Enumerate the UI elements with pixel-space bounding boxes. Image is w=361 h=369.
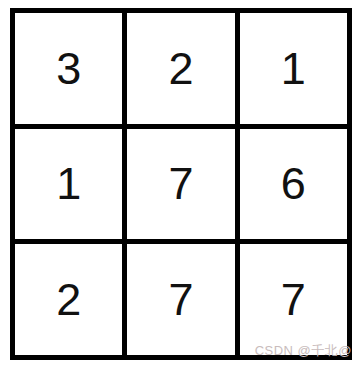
csdn-watermark: CSDN @千北@ xyxy=(255,342,352,360)
grid-cell-r0c0: 3 xyxy=(15,13,122,124)
grid-cell-r1c2: 6 xyxy=(240,129,347,240)
number-grid-board: 3 2 1 1 7 6 2 7 7 xyxy=(10,8,352,360)
grid-cell-r1c0: 1 xyxy=(15,129,122,240)
grid-cell-r2c0: 2 xyxy=(15,244,122,355)
grid-cell-r2c1: 7 xyxy=(127,244,234,355)
grid-cell-r2c2: 7 xyxy=(240,244,347,355)
grid-cell-r0c2: 1 xyxy=(240,13,347,124)
page: 3 2 1 1 7 6 2 7 7 CSDN @千北@ xyxy=(0,0,361,369)
grid-cell-r1c1: 7 xyxy=(127,129,234,240)
grid-cell-r0c1: 2 xyxy=(127,13,234,124)
